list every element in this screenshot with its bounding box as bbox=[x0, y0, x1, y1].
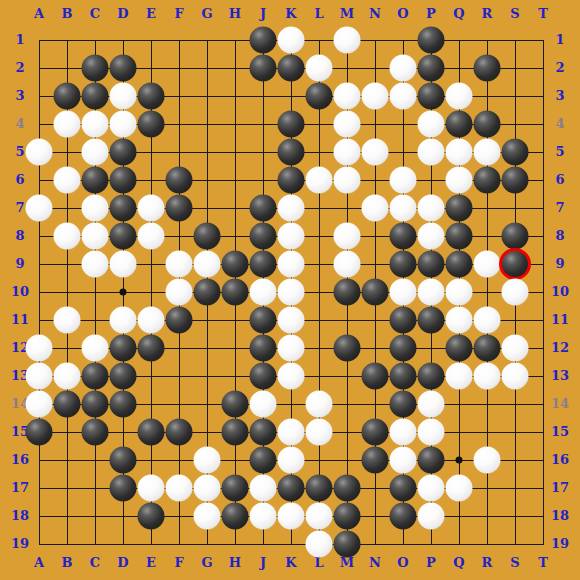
intersection-O2[interactable] bbox=[389, 54, 417, 82]
intersection-M11[interactable] bbox=[333, 306, 361, 334]
intersection-B3[interactable] bbox=[53, 82, 81, 110]
intersection-O5[interactable] bbox=[389, 138, 417, 166]
intersection-E6[interactable] bbox=[137, 166, 165, 194]
intersection-L11[interactable] bbox=[305, 306, 333, 334]
intersection-J11[interactable] bbox=[249, 306, 277, 334]
intersection-E13[interactable] bbox=[137, 362, 165, 390]
intersection-R9[interactable] bbox=[473, 250, 501, 278]
intersection-B16[interactable] bbox=[53, 446, 81, 474]
intersection-E3[interactable] bbox=[137, 82, 165, 110]
intersection-B17[interactable] bbox=[53, 474, 81, 502]
intersection-F10[interactable] bbox=[165, 278, 193, 306]
intersection-M13[interactable] bbox=[333, 362, 361, 390]
intersection-G11[interactable] bbox=[193, 306, 221, 334]
intersection-L3[interactable] bbox=[305, 82, 333, 110]
intersection-J13[interactable] bbox=[249, 362, 277, 390]
intersection-P7[interactable] bbox=[417, 194, 445, 222]
intersection-G5[interactable] bbox=[193, 138, 221, 166]
intersection-L13[interactable] bbox=[305, 362, 333, 390]
intersection-L6[interactable] bbox=[305, 166, 333, 194]
intersection-E4[interactable] bbox=[137, 110, 165, 138]
intersection-R7[interactable] bbox=[473, 194, 501, 222]
intersection-Q14[interactable] bbox=[445, 390, 473, 418]
intersection-G3[interactable] bbox=[193, 82, 221, 110]
intersection-O12[interactable] bbox=[389, 334, 417, 362]
intersection-T8[interactable] bbox=[529, 222, 557, 250]
intersection-H17[interactable] bbox=[221, 474, 249, 502]
intersection-P2[interactable] bbox=[417, 54, 445, 82]
intersection-A11[interactable] bbox=[25, 306, 53, 334]
intersection-E11[interactable] bbox=[137, 306, 165, 334]
intersection-R11[interactable] bbox=[473, 306, 501, 334]
intersection-G2[interactable] bbox=[193, 54, 221, 82]
intersection-H19[interactable] bbox=[221, 530, 249, 558]
intersection-B10[interactable] bbox=[53, 278, 81, 306]
intersection-S5[interactable] bbox=[501, 138, 529, 166]
intersection-C1[interactable] bbox=[81, 26, 109, 54]
intersection-Q5[interactable] bbox=[445, 138, 473, 166]
intersection-M17[interactable] bbox=[333, 474, 361, 502]
intersection-H2[interactable] bbox=[221, 54, 249, 82]
intersection-D11[interactable] bbox=[109, 306, 137, 334]
intersection-T11[interactable] bbox=[529, 306, 557, 334]
intersection-R17[interactable] bbox=[473, 474, 501, 502]
intersection-H10[interactable] bbox=[221, 278, 249, 306]
intersection-M16[interactable] bbox=[333, 446, 361, 474]
intersection-R2[interactable] bbox=[473, 54, 501, 82]
intersection-K13[interactable] bbox=[277, 362, 305, 390]
intersection-F19[interactable] bbox=[165, 530, 193, 558]
intersection-R4[interactable] bbox=[473, 110, 501, 138]
intersection-P16[interactable] bbox=[417, 446, 445, 474]
intersection-B12[interactable] bbox=[53, 334, 81, 362]
intersection-P6[interactable] bbox=[417, 166, 445, 194]
intersection-K8[interactable] bbox=[277, 222, 305, 250]
intersection-C8[interactable] bbox=[81, 222, 109, 250]
intersection-F1[interactable] bbox=[165, 26, 193, 54]
intersection-P8[interactable] bbox=[417, 222, 445, 250]
intersection-J1[interactable] bbox=[249, 26, 277, 54]
intersection-O11[interactable] bbox=[389, 306, 417, 334]
intersection-H4[interactable] bbox=[221, 110, 249, 138]
intersection-B14[interactable] bbox=[53, 390, 81, 418]
intersection-K7[interactable] bbox=[277, 194, 305, 222]
intersection-N8[interactable] bbox=[361, 222, 389, 250]
intersection-Q4[interactable] bbox=[445, 110, 473, 138]
intersection-A12[interactable] bbox=[25, 334, 53, 362]
intersection-A10[interactable] bbox=[25, 278, 53, 306]
intersection-T1[interactable] bbox=[529, 26, 557, 54]
intersection-S3[interactable] bbox=[501, 82, 529, 110]
intersection-Q3[interactable] bbox=[445, 82, 473, 110]
intersection-O6[interactable] bbox=[389, 166, 417, 194]
intersection-A18[interactable] bbox=[25, 502, 53, 530]
intersection-M1[interactable] bbox=[333, 26, 361, 54]
intersection-T9[interactable] bbox=[529, 250, 557, 278]
intersection-H13[interactable] bbox=[221, 362, 249, 390]
intersection-S2[interactable] bbox=[501, 54, 529, 82]
intersection-T13[interactable] bbox=[529, 362, 557, 390]
intersection-H1[interactable] bbox=[221, 26, 249, 54]
intersection-L18[interactable] bbox=[305, 502, 333, 530]
intersection-P11[interactable] bbox=[417, 306, 445, 334]
intersection-K12[interactable] bbox=[277, 334, 305, 362]
intersection-N7[interactable] bbox=[361, 194, 389, 222]
intersection-D8[interactable] bbox=[109, 222, 137, 250]
intersection-J14[interactable] bbox=[249, 390, 277, 418]
intersection-K16[interactable] bbox=[277, 446, 305, 474]
intersection-F3[interactable] bbox=[165, 82, 193, 110]
intersection-F14[interactable] bbox=[165, 390, 193, 418]
intersection-Q10[interactable] bbox=[445, 278, 473, 306]
intersection-D15[interactable] bbox=[109, 418, 137, 446]
intersection-F16[interactable] bbox=[165, 446, 193, 474]
intersection-Q9[interactable] bbox=[445, 250, 473, 278]
intersection-A4[interactable] bbox=[25, 110, 53, 138]
intersection-D12[interactable] bbox=[109, 334, 137, 362]
intersection-S6[interactable] bbox=[501, 166, 529, 194]
intersection-O16[interactable] bbox=[389, 446, 417, 474]
intersection-D19[interactable] bbox=[109, 530, 137, 558]
intersection-A1[interactable] bbox=[25, 26, 53, 54]
intersection-B7[interactable] bbox=[53, 194, 81, 222]
intersection-F7[interactable] bbox=[165, 194, 193, 222]
intersection-M7[interactable] bbox=[333, 194, 361, 222]
intersection-K10[interactable] bbox=[277, 278, 305, 306]
intersection-E1[interactable] bbox=[137, 26, 165, 54]
intersection-H3[interactable] bbox=[221, 82, 249, 110]
intersection-P9[interactable] bbox=[417, 250, 445, 278]
intersection-F11[interactable] bbox=[165, 306, 193, 334]
intersection-G16[interactable] bbox=[193, 446, 221, 474]
intersection-K18[interactable] bbox=[277, 502, 305, 530]
intersection-M15[interactable] bbox=[333, 418, 361, 446]
intersection-G18[interactable] bbox=[193, 502, 221, 530]
intersection-K9[interactable] bbox=[277, 250, 305, 278]
intersection-G13[interactable] bbox=[193, 362, 221, 390]
intersection-L14[interactable] bbox=[305, 390, 333, 418]
intersection-G1[interactable] bbox=[193, 26, 221, 54]
intersection-C4[interactable] bbox=[81, 110, 109, 138]
intersection-L19[interactable] bbox=[305, 530, 333, 558]
intersection-B5[interactable] bbox=[53, 138, 81, 166]
intersection-F18[interactable] bbox=[165, 502, 193, 530]
intersection-G6[interactable] bbox=[193, 166, 221, 194]
intersection-P12[interactable] bbox=[417, 334, 445, 362]
intersection-B6[interactable] bbox=[53, 166, 81, 194]
intersection-O13[interactable] bbox=[389, 362, 417, 390]
intersection-F13[interactable] bbox=[165, 362, 193, 390]
intersection-E17[interactable] bbox=[137, 474, 165, 502]
intersection-Q12[interactable] bbox=[445, 334, 473, 362]
intersection-N14[interactable] bbox=[361, 390, 389, 418]
intersection-G15[interactable] bbox=[193, 418, 221, 446]
intersection-H6[interactable] bbox=[221, 166, 249, 194]
intersection-B18[interactable] bbox=[53, 502, 81, 530]
intersection-T4[interactable] bbox=[529, 110, 557, 138]
intersection-P14[interactable] bbox=[417, 390, 445, 418]
intersection-H9[interactable] bbox=[221, 250, 249, 278]
intersection-N16[interactable] bbox=[361, 446, 389, 474]
intersection-L8[interactable] bbox=[305, 222, 333, 250]
intersection-T18[interactable] bbox=[529, 502, 557, 530]
intersection-T2[interactable] bbox=[529, 54, 557, 82]
intersection-T3[interactable] bbox=[529, 82, 557, 110]
intersection-D3[interactable] bbox=[109, 82, 137, 110]
intersection-F5[interactable] bbox=[165, 138, 193, 166]
intersection-N19[interactable] bbox=[361, 530, 389, 558]
intersection-F6[interactable] bbox=[165, 166, 193, 194]
intersection-L15[interactable] bbox=[305, 418, 333, 446]
intersection-S8[interactable] bbox=[501, 222, 529, 250]
intersection-K6[interactable] bbox=[277, 166, 305, 194]
intersection-S12[interactable] bbox=[501, 334, 529, 362]
intersection-F17[interactable] bbox=[165, 474, 193, 502]
intersection-P18[interactable] bbox=[417, 502, 445, 530]
intersection-S14[interactable] bbox=[501, 390, 529, 418]
intersection-R16[interactable] bbox=[473, 446, 501, 474]
intersection-C5[interactable] bbox=[81, 138, 109, 166]
intersection-C13[interactable] bbox=[81, 362, 109, 390]
intersection-Q11[interactable] bbox=[445, 306, 473, 334]
intersection-H12[interactable] bbox=[221, 334, 249, 362]
intersection-O9[interactable] bbox=[389, 250, 417, 278]
intersection-F8[interactable] bbox=[165, 222, 193, 250]
intersection-J16[interactable] bbox=[249, 446, 277, 474]
intersection-H7[interactable] bbox=[221, 194, 249, 222]
intersection-C16[interactable] bbox=[81, 446, 109, 474]
intersection-M19[interactable] bbox=[333, 530, 361, 558]
intersection-A6[interactable] bbox=[25, 166, 53, 194]
intersection-S10[interactable] bbox=[501, 278, 529, 306]
intersection-N15[interactable] bbox=[361, 418, 389, 446]
intersection-S15[interactable] bbox=[501, 418, 529, 446]
intersection-J10[interactable] bbox=[249, 278, 277, 306]
intersection-Q8[interactable] bbox=[445, 222, 473, 250]
intersection-A14[interactable] bbox=[25, 390, 53, 418]
intersection-C15[interactable] bbox=[81, 418, 109, 446]
intersection-A19[interactable] bbox=[25, 530, 53, 558]
intersection-E5[interactable] bbox=[137, 138, 165, 166]
intersection-N1[interactable] bbox=[361, 26, 389, 54]
intersection-Q15[interactable] bbox=[445, 418, 473, 446]
intersection-O18[interactable] bbox=[389, 502, 417, 530]
intersection-C17[interactable] bbox=[81, 474, 109, 502]
intersection-D14[interactable] bbox=[109, 390, 137, 418]
intersection-S18[interactable] bbox=[501, 502, 529, 530]
intersection-P4[interactable] bbox=[417, 110, 445, 138]
intersection-G10[interactable] bbox=[193, 278, 221, 306]
intersection-P5[interactable] bbox=[417, 138, 445, 166]
intersection-S11[interactable] bbox=[501, 306, 529, 334]
intersection-L9[interactable] bbox=[305, 250, 333, 278]
intersection-C10[interactable] bbox=[81, 278, 109, 306]
intersection-A2[interactable] bbox=[25, 54, 53, 82]
intersection-O8[interactable] bbox=[389, 222, 417, 250]
intersection-J4[interactable] bbox=[249, 110, 277, 138]
intersection-E9[interactable] bbox=[137, 250, 165, 278]
intersection-A8[interactable] bbox=[25, 222, 53, 250]
intersection-N12[interactable] bbox=[361, 334, 389, 362]
intersection-F9[interactable] bbox=[165, 250, 193, 278]
intersection-S19[interactable] bbox=[501, 530, 529, 558]
intersection-E14[interactable] bbox=[137, 390, 165, 418]
intersection-C2[interactable] bbox=[81, 54, 109, 82]
intersection-F15[interactable] bbox=[165, 418, 193, 446]
intersection-B9[interactable] bbox=[53, 250, 81, 278]
intersection-O15[interactable] bbox=[389, 418, 417, 446]
intersection-Q2[interactable] bbox=[445, 54, 473, 82]
intersection-R3[interactable] bbox=[473, 82, 501, 110]
intersection-A3[interactable] bbox=[25, 82, 53, 110]
intersection-N9[interactable] bbox=[361, 250, 389, 278]
intersection-N10[interactable] bbox=[361, 278, 389, 306]
intersection-O3[interactable] bbox=[389, 82, 417, 110]
intersection-J2[interactable] bbox=[249, 54, 277, 82]
intersection-M14[interactable] bbox=[333, 390, 361, 418]
intersection-E16[interactable] bbox=[137, 446, 165, 474]
intersection-G7[interactable] bbox=[193, 194, 221, 222]
intersection-R14[interactable] bbox=[473, 390, 501, 418]
intersection-E2[interactable] bbox=[137, 54, 165, 82]
intersection-D1[interactable] bbox=[109, 26, 137, 54]
intersection-R15[interactable] bbox=[473, 418, 501, 446]
intersection-D2[interactable] bbox=[109, 54, 137, 82]
intersection-T17[interactable] bbox=[529, 474, 557, 502]
intersection-S9[interactable] bbox=[501, 250, 529, 278]
intersection-F4[interactable] bbox=[165, 110, 193, 138]
intersection-D5[interactable] bbox=[109, 138, 137, 166]
intersection-G8[interactable] bbox=[193, 222, 221, 250]
intersection-E18[interactable] bbox=[137, 502, 165, 530]
intersection-H5[interactable] bbox=[221, 138, 249, 166]
intersection-H11[interactable] bbox=[221, 306, 249, 334]
intersection-S13[interactable] bbox=[501, 362, 529, 390]
intersection-L16[interactable] bbox=[305, 446, 333, 474]
intersection-N3[interactable] bbox=[361, 82, 389, 110]
intersection-M3[interactable] bbox=[333, 82, 361, 110]
intersection-Q7[interactable] bbox=[445, 194, 473, 222]
intersection-F2[interactable] bbox=[165, 54, 193, 82]
intersection-N13[interactable] bbox=[361, 362, 389, 390]
intersection-E10[interactable] bbox=[137, 278, 165, 306]
intersection-K2[interactable] bbox=[277, 54, 305, 82]
intersection-M8[interactable] bbox=[333, 222, 361, 250]
intersection-O1[interactable] bbox=[389, 26, 417, 54]
intersection-H15[interactable] bbox=[221, 418, 249, 446]
intersection-S7[interactable] bbox=[501, 194, 529, 222]
intersection-G17[interactable] bbox=[193, 474, 221, 502]
intersection-C19[interactable] bbox=[81, 530, 109, 558]
intersection-R18[interactable] bbox=[473, 502, 501, 530]
intersection-N5[interactable] bbox=[361, 138, 389, 166]
intersection-T16[interactable] bbox=[529, 446, 557, 474]
intersection-A5[interactable] bbox=[25, 138, 53, 166]
intersection-Q19[interactable] bbox=[445, 530, 473, 558]
intersection-C11[interactable] bbox=[81, 306, 109, 334]
intersection-R10[interactable] bbox=[473, 278, 501, 306]
intersection-T14[interactable] bbox=[529, 390, 557, 418]
intersection-N11[interactable] bbox=[361, 306, 389, 334]
intersection-L2[interactable] bbox=[305, 54, 333, 82]
intersection-K5[interactable] bbox=[277, 138, 305, 166]
intersection-R5[interactable] bbox=[473, 138, 501, 166]
intersection-B4[interactable] bbox=[53, 110, 81, 138]
intersection-R19[interactable] bbox=[473, 530, 501, 558]
intersection-E7[interactable] bbox=[137, 194, 165, 222]
intersection-K17[interactable] bbox=[277, 474, 305, 502]
intersection-M9[interactable] bbox=[333, 250, 361, 278]
intersection-R8[interactable] bbox=[473, 222, 501, 250]
intersection-D9[interactable] bbox=[109, 250, 137, 278]
intersection-Q16[interactable] bbox=[445, 446, 473, 474]
intersection-B1[interactable] bbox=[53, 26, 81, 54]
intersection-J18[interactable] bbox=[249, 502, 277, 530]
intersection-B11[interactable] bbox=[53, 306, 81, 334]
intersection-J15[interactable] bbox=[249, 418, 277, 446]
intersection-S1[interactable] bbox=[501, 26, 529, 54]
intersection-J9[interactable] bbox=[249, 250, 277, 278]
intersection-B15[interactable] bbox=[53, 418, 81, 446]
intersection-R13[interactable] bbox=[473, 362, 501, 390]
intersection-A15[interactable] bbox=[25, 418, 53, 446]
intersection-G19[interactable] bbox=[193, 530, 221, 558]
intersection-J3[interactable] bbox=[249, 82, 277, 110]
intersection-S4[interactable] bbox=[501, 110, 529, 138]
intersection-T10[interactable] bbox=[529, 278, 557, 306]
intersection-K15[interactable] bbox=[277, 418, 305, 446]
intersection-P19[interactable] bbox=[417, 530, 445, 558]
intersection-H16[interactable] bbox=[221, 446, 249, 474]
intersection-A9[interactable] bbox=[25, 250, 53, 278]
intersection-D6[interactable] bbox=[109, 166, 137, 194]
intersection-O10[interactable] bbox=[389, 278, 417, 306]
intersection-L17[interactable] bbox=[305, 474, 333, 502]
intersection-T15[interactable] bbox=[529, 418, 557, 446]
intersection-A16[interactable] bbox=[25, 446, 53, 474]
intersection-D18[interactable] bbox=[109, 502, 137, 530]
intersection-N17[interactable] bbox=[361, 474, 389, 502]
intersection-K11[interactable] bbox=[277, 306, 305, 334]
intersection-N2[interactable] bbox=[361, 54, 389, 82]
intersection-H14[interactable] bbox=[221, 390, 249, 418]
intersection-B13[interactable] bbox=[53, 362, 81, 390]
intersection-J19[interactable] bbox=[249, 530, 277, 558]
intersection-J12[interactable] bbox=[249, 334, 277, 362]
intersection-P1[interactable] bbox=[417, 26, 445, 54]
intersection-M6[interactable] bbox=[333, 166, 361, 194]
intersection-N4[interactable] bbox=[361, 110, 389, 138]
intersection-O19[interactable] bbox=[389, 530, 417, 558]
intersection-D4[interactable] bbox=[109, 110, 137, 138]
intersection-C6[interactable] bbox=[81, 166, 109, 194]
intersection-D13[interactable] bbox=[109, 362, 137, 390]
intersection-L12[interactable] bbox=[305, 334, 333, 362]
intersection-P15[interactable] bbox=[417, 418, 445, 446]
intersection-E12[interactable] bbox=[137, 334, 165, 362]
intersection-S17[interactable] bbox=[501, 474, 529, 502]
intersection-A13[interactable] bbox=[25, 362, 53, 390]
intersection-E19[interactable] bbox=[137, 530, 165, 558]
intersection-R6[interactable] bbox=[473, 166, 501, 194]
intersection-B2[interactable] bbox=[53, 54, 81, 82]
intersection-E15[interactable] bbox=[137, 418, 165, 446]
intersection-C7[interactable] bbox=[81, 194, 109, 222]
intersection-G4[interactable] bbox=[193, 110, 221, 138]
intersection-Q18[interactable] bbox=[445, 502, 473, 530]
intersection-A17[interactable] bbox=[25, 474, 53, 502]
intersection-D10[interactable] bbox=[109, 278, 137, 306]
